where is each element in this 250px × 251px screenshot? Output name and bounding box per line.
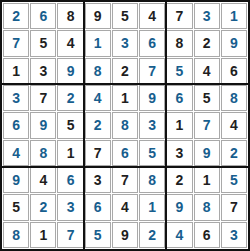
sudoku-cell-r4c5[interactable]: 1 (112, 85, 138, 111)
sudoku-cell-r4c3[interactable]: 2 (57, 85, 83, 111)
sudoku-cell-r9c7[interactable]: 4 (166, 222, 192, 248)
sudoku-cell-r9c6[interactable]: 2 (139, 222, 165, 248)
sudoku-cell-r5c7[interactable]: 1 (166, 112, 192, 138)
sudoku-cell-r6c1[interactable]: 4 (3, 140, 29, 166)
sudoku-cell-r1c2[interactable]: 6 (30, 3, 56, 29)
sudoku-cell-r7c2[interactable]: 4 (30, 167, 56, 193)
sudoku-cell-r4c9[interactable]: 8 (221, 85, 247, 111)
sudoku-cell-r3c2[interactable]: 3 (30, 58, 56, 84)
sudoku-board: 2689547317541368291398275463724196586952… (0, 0, 250, 251)
sudoku-cell-r6c2[interactable]: 8 (30, 140, 56, 166)
sudoku-cell-r3c4[interactable]: 8 (85, 58, 111, 84)
sudoku-cell-r3c5[interactable]: 2 (112, 58, 138, 84)
sudoku-cell-r8c2[interactable]: 2 (30, 194, 56, 220)
sudoku-cell-r2c8[interactable]: 2 (194, 30, 220, 56)
sudoku-cell-r2c9[interactable]: 9 (221, 30, 247, 56)
sudoku-cell-r4c4[interactable]: 4 (85, 85, 111, 111)
sudoku-cell-r8c4[interactable]: 6 (85, 194, 111, 220)
sudoku-cell-r7c1[interactable]: 9 (3, 167, 29, 193)
sudoku-cell-r1c8[interactable]: 3 (194, 3, 220, 29)
sudoku-cell-r7c4[interactable]: 3 (85, 167, 111, 193)
sudoku-cell-r2c3[interactable]: 4 (57, 30, 83, 56)
sudoku-cell-r4c2[interactable]: 7 (30, 85, 56, 111)
sudoku-cell-r5c9[interactable]: 4 (221, 112, 247, 138)
sudoku-cell-r2c5[interactable]: 3 (112, 30, 138, 56)
sudoku-cell-r4c8[interactable]: 5 (194, 85, 220, 111)
sudoku-cell-r5c2[interactable]: 9 (30, 112, 56, 138)
sudoku-cell-r5c4[interactable]: 2 (85, 112, 111, 138)
sudoku-cell-r1c6[interactable]: 4 (139, 3, 165, 29)
sudoku-cell-r3c7[interactable]: 5 (166, 58, 192, 84)
sudoku-cell-r6c5[interactable]: 6 (112, 140, 138, 166)
sudoku-cell-r4c7[interactable]: 6 (166, 85, 192, 111)
sudoku-cell-r7c7[interactable]: 2 (166, 167, 192, 193)
sudoku-cell-r7c6[interactable]: 8 (139, 167, 165, 193)
sudoku-cell-r7c9[interactable]: 5 (221, 167, 247, 193)
sudoku-cell-r3c1[interactable]: 1 (3, 58, 29, 84)
sudoku-cell-r7c3[interactable]: 6 (57, 167, 83, 193)
sudoku-cell-r8c7[interactable]: 9 (166, 194, 192, 220)
sudoku-cell-r1c5[interactable]: 5 (112, 3, 138, 29)
sudoku-grid: 2689547317541368291398275463724196586952… (3, 3, 247, 248)
sudoku-cell-r6c4[interactable]: 7 (85, 140, 111, 166)
sudoku-cell-r9c3[interactable]: 7 (57, 222, 83, 248)
sudoku-cell-r5c3[interactable]: 5 (57, 112, 83, 138)
sudoku-cell-r6c8[interactable]: 9 (194, 140, 220, 166)
sudoku-cell-r9c5[interactable]: 9 (112, 222, 138, 248)
sudoku-cell-r1c1[interactable]: 2 (3, 3, 29, 29)
sudoku-cell-r8c6[interactable]: 1 (139, 194, 165, 220)
sudoku-cell-r7c8[interactable]: 1 (194, 167, 220, 193)
sudoku-cell-r5c6[interactable]: 3 (139, 112, 165, 138)
sudoku-cell-r1c7[interactable]: 7 (166, 3, 192, 29)
sudoku-cell-r4c6[interactable]: 9 (139, 85, 165, 111)
sudoku-cell-r9c9[interactable]: 3 (221, 222, 247, 248)
sudoku-cell-r8c1[interactable]: 5 (3, 194, 29, 220)
sudoku-cell-r7c5[interactable]: 7 (112, 167, 138, 193)
sudoku-cell-r5c1[interactable]: 6 (3, 112, 29, 138)
sudoku-cell-r3c9[interactable]: 6 (221, 58, 247, 84)
sudoku-cell-r2c2[interactable]: 5 (30, 30, 56, 56)
sudoku-cell-r8c9[interactable]: 7 (221, 194, 247, 220)
sudoku-cell-r6c7[interactable]: 3 (166, 140, 192, 166)
sudoku-cell-r8c8[interactable]: 8 (194, 194, 220, 220)
sudoku-cell-r5c8[interactable]: 7 (194, 112, 220, 138)
sudoku-cell-r2c1[interactable]: 7 (3, 30, 29, 56)
sudoku-cell-r8c5[interactable]: 4 (112, 194, 138, 220)
sudoku-cell-r4c1[interactable]: 3 (3, 85, 29, 111)
sudoku-cell-r3c8[interactable]: 4 (194, 58, 220, 84)
sudoku-cell-r1c9[interactable]: 1 (221, 3, 247, 29)
sudoku-cell-r8c3[interactable]: 3 (57, 194, 83, 220)
sudoku-cell-r9c8[interactable]: 6 (194, 222, 220, 248)
sudoku-cell-r1c4[interactable]: 9 (85, 3, 111, 29)
sudoku-cell-r9c2[interactable]: 1 (30, 222, 56, 248)
sudoku-cell-r5c5[interactable]: 8 (112, 112, 138, 138)
sudoku-cell-r9c1[interactable]: 8 (3, 222, 29, 248)
sudoku-cell-r3c6[interactable]: 7 (139, 58, 165, 84)
sudoku-cell-r6c3[interactable]: 1 (57, 140, 83, 166)
sudoku-cell-r6c6[interactable]: 5 (139, 140, 165, 166)
sudoku-cell-r2c7[interactable]: 8 (166, 30, 192, 56)
sudoku-cell-r9c4[interactable]: 5 (85, 222, 111, 248)
sudoku-cell-r2c4[interactable]: 1 (85, 30, 111, 56)
sudoku-cell-r1c3[interactable]: 8 (57, 3, 83, 29)
sudoku-cell-r6c9[interactable]: 2 (221, 140, 247, 166)
sudoku-cell-r2c6[interactable]: 6 (139, 30, 165, 56)
sudoku-cell-r3c3[interactable]: 9 (57, 58, 83, 84)
